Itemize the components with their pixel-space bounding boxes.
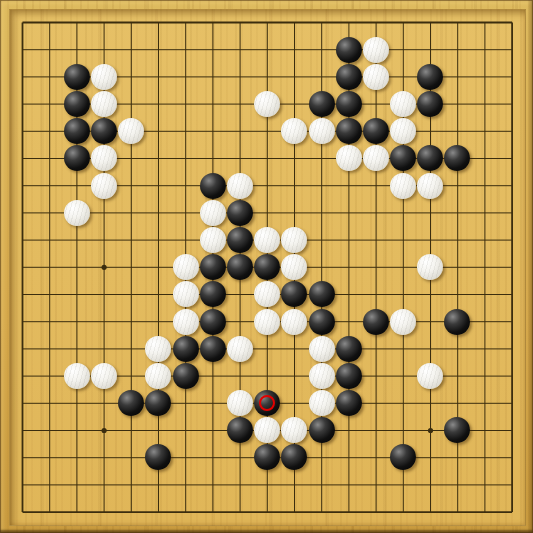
board-intersection[interactable] — [308, 63, 335, 90]
board-intersection[interactable] — [308, 145, 335, 172]
board-intersection[interactable] — [444, 362, 471, 389]
board-intersection[interactable] — [417, 254, 444, 281]
board-intersection[interactable] — [145, 36, 172, 63]
board-intersection[interactable] — [118, 172, 145, 199]
board-intersection[interactable] — [118, 226, 145, 253]
board-intersection[interactable] — [9, 471, 36, 498]
board-intersection[interactable] — [254, 145, 281, 172]
board-intersection[interactable] — [226, 417, 253, 444]
white-stone[interactable] — [227, 336, 253, 362]
board-intersection[interactable] — [118, 498, 145, 525]
board-intersection[interactable] — [199, 9, 226, 36]
white-stone[interactable] — [91, 363, 117, 389]
board-intersection[interactable] — [118, 335, 145, 362]
board-intersection[interactable] — [145, 335, 172, 362]
board-intersection[interactable] — [199, 118, 226, 145]
board-intersection[interactable] — [36, 444, 63, 471]
board-intersection[interactable] — [498, 281, 525, 308]
board-intersection[interactable] — [281, 199, 308, 226]
board-intersection[interactable] — [36, 90, 63, 117]
board-intersection[interactable] — [90, 308, 117, 335]
board-intersection[interactable] — [90, 254, 117, 281]
board-intersection[interactable] — [145, 199, 172, 226]
black-stone[interactable] — [417, 64, 443, 90]
board-intersection[interactable] — [281, 172, 308, 199]
black-stone[interactable] — [200, 309, 226, 335]
board-intersection[interactable] — [417, 471, 444, 498]
board-intersection[interactable] — [335, 498, 362, 525]
board-intersection[interactable] — [254, 199, 281, 226]
board-intersection[interactable] — [145, 90, 172, 117]
board-intersection[interactable] — [417, 444, 444, 471]
board-intersection[interactable] — [199, 226, 226, 253]
board-intersection[interactable] — [36, 36, 63, 63]
board-intersection[interactable] — [498, 390, 525, 417]
board-intersection[interactable] — [145, 417, 172, 444]
board-intersection[interactable] — [9, 63, 36, 90]
board-intersection[interactable] — [254, 498, 281, 525]
board-intersection[interactable] — [417, 362, 444, 389]
board-intersection[interactable] — [471, 9, 498, 36]
board-intersection[interactable] — [444, 390, 471, 417]
black-stone[interactable] — [336, 336, 362, 362]
white-stone[interactable] — [173, 254, 199, 280]
board-intersection[interactable] — [417, 498, 444, 525]
black-stone[interactable] — [64, 118, 90, 144]
board-intersection[interactable] — [36, 118, 63, 145]
white-stone[interactable] — [200, 227, 226, 253]
board-intersection[interactable] — [471, 498, 498, 525]
board-intersection[interactable] — [226, 172, 253, 199]
board-intersection[interactable] — [471, 471, 498, 498]
white-stone[interactable] — [363, 145, 389, 171]
board-intersection[interactable] — [63, 335, 90, 362]
black-stone[interactable] — [200, 281, 226, 307]
board-intersection[interactable] — [9, 498, 36, 525]
board-intersection[interactable] — [471, 172, 498, 199]
board-intersection[interactable] — [471, 199, 498, 226]
board-intersection[interactable] — [90, 417, 117, 444]
board-intersection[interactable] — [471, 145, 498, 172]
board-intersection[interactable] — [390, 390, 417, 417]
board-intersection[interactable] — [145, 254, 172, 281]
board-intersection[interactable] — [390, 118, 417, 145]
board-intersection[interactable] — [90, 281, 117, 308]
board-intersection[interactable] — [90, 335, 117, 362]
white-stone[interactable] — [254, 417, 280, 443]
board-intersection[interactable] — [390, 417, 417, 444]
board-intersection[interactable] — [281, 36, 308, 63]
black-stone[interactable] — [200, 254, 226, 280]
board-intersection[interactable] — [390, 63, 417, 90]
board-intersection[interactable] — [226, 471, 253, 498]
board-intersection[interactable] — [172, 63, 199, 90]
board-intersection[interactable] — [281, 9, 308, 36]
board-intersection[interactable] — [118, 362, 145, 389]
board-intersection[interactable] — [226, 226, 253, 253]
black-stone[interactable] — [91, 118, 117, 144]
board-intersection[interactable] — [498, 90, 525, 117]
board-intersection[interactable] — [90, 362, 117, 389]
board-intersection[interactable] — [471, 118, 498, 145]
board-intersection[interactable] — [90, 36, 117, 63]
black-stone[interactable] — [417, 91, 443, 117]
board-intersection[interactable] — [444, 226, 471, 253]
board-intersection[interactable] — [308, 90, 335, 117]
board-intersection[interactable] — [226, 118, 253, 145]
board-intersection[interactable] — [335, 362, 362, 389]
board-intersection[interactable] — [118, 444, 145, 471]
board-intersection[interactable] — [63, 281, 90, 308]
black-stone[interactable] — [444, 145, 470, 171]
board-intersection[interactable] — [281, 226, 308, 253]
board-intersection[interactable] — [9, 118, 36, 145]
white-stone[interactable] — [309, 118, 335, 144]
board-intersection[interactable] — [118, 390, 145, 417]
board-intersection[interactable] — [199, 281, 226, 308]
board-intersection[interactable] — [199, 471, 226, 498]
black-stone[interactable] — [390, 444, 416, 470]
board-intersection[interactable] — [308, 9, 335, 36]
board-intersection[interactable] — [390, 308, 417, 335]
board-intersection[interactable] — [36, 471, 63, 498]
board-intersection[interactable] — [498, 118, 525, 145]
board-intersection[interactable] — [63, 417, 90, 444]
board-intersection[interactable] — [444, 9, 471, 36]
board-intersection[interactable] — [498, 254, 525, 281]
board-intersection[interactable] — [362, 471, 389, 498]
board-intersection[interactable] — [118, 118, 145, 145]
board-intersection[interactable] — [90, 498, 117, 525]
board-intersection[interactable] — [226, 36, 253, 63]
board-intersection[interactable] — [335, 390, 362, 417]
board-intersection[interactable] — [335, 417, 362, 444]
board-intersection[interactable] — [226, 498, 253, 525]
board-intersection[interactable] — [36, 390, 63, 417]
white-stone[interactable] — [363, 64, 389, 90]
board-intersection[interactable] — [226, 63, 253, 90]
board-intersection[interactable] — [199, 498, 226, 525]
board-intersection[interactable] — [362, 417, 389, 444]
board-intersection[interactable] — [254, 9, 281, 36]
board-intersection[interactable] — [254, 471, 281, 498]
white-stone[interactable] — [390, 173, 416, 199]
board-intersection[interactable] — [498, 199, 525, 226]
board-intersection[interactable] — [254, 335, 281, 362]
board-intersection[interactable] — [63, 471, 90, 498]
board-intersection[interactable] — [226, 308, 253, 335]
board-intersection[interactable] — [254, 63, 281, 90]
board-intersection[interactable] — [308, 308, 335, 335]
board-intersection[interactable] — [390, 36, 417, 63]
board-intersection[interactable] — [118, 281, 145, 308]
board-intersection[interactable] — [362, 362, 389, 389]
board-intersection[interactable] — [281, 63, 308, 90]
board-intersection[interactable] — [9, 145, 36, 172]
board-intersection[interactable] — [9, 362, 36, 389]
board-intersection[interactable] — [417, 308, 444, 335]
board-intersection[interactable] — [308, 254, 335, 281]
board-intersection[interactable] — [90, 90, 117, 117]
board-intersection[interactable] — [471, 444, 498, 471]
board-intersection[interactable] — [335, 281, 362, 308]
board-intersection[interactable] — [145, 390, 172, 417]
board-intersection[interactable] — [118, 63, 145, 90]
black-stone[interactable] — [336, 390, 362, 416]
board-intersection[interactable] — [444, 199, 471, 226]
board-intersection[interactable] — [362, 498, 389, 525]
board-intersection[interactable] — [199, 145, 226, 172]
white-stone[interactable] — [281, 309, 307, 335]
board-intersection[interactable] — [390, 281, 417, 308]
board-intersection[interactable] — [36, 335, 63, 362]
board-intersection[interactable] — [199, 362, 226, 389]
board-intersection[interactable] — [145, 281, 172, 308]
board-intersection[interactable] — [254, 172, 281, 199]
board-intersection[interactable] — [444, 172, 471, 199]
board-intersection[interactable] — [172, 36, 199, 63]
board-intersection[interactable] — [362, 145, 389, 172]
board-intersection[interactable] — [417, 36, 444, 63]
board-intersection[interactable] — [9, 90, 36, 117]
board-intersection[interactable] — [417, 335, 444, 362]
board-intersection[interactable] — [63, 36, 90, 63]
board-intersection[interactable] — [335, 145, 362, 172]
board-intersection[interactable] — [335, 226, 362, 253]
board-intersection[interactable] — [9, 199, 36, 226]
board-intersection[interactable] — [471, 390, 498, 417]
board-intersection[interactable] — [226, 9, 253, 36]
white-stone[interactable] — [254, 227, 280, 253]
white-stone[interactable] — [91, 91, 117, 117]
board-intersection[interactable] — [90, 118, 117, 145]
board-intersection[interactable] — [254, 254, 281, 281]
board-intersection[interactable] — [63, 172, 90, 199]
board-intersection[interactable] — [335, 172, 362, 199]
board-intersection[interactable] — [417, 145, 444, 172]
black-stone[interactable] — [390, 145, 416, 171]
board-intersection[interactable] — [199, 63, 226, 90]
board-intersection[interactable] — [63, 9, 90, 36]
board-intersection[interactable] — [145, 308, 172, 335]
board-intersection[interactable] — [362, 335, 389, 362]
white-stone[interactable] — [91, 64, 117, 90]
board-intersection[interactable] — [63, 362, 90, 389]
black-stone[interactable] — [64, 91, 90, 117]
board-intersection[interactable] — [63, 199, 90, 226]
board-intersection[interactable] — [9, 390, 36, 417]
board-intersection[interactable] — [335, 308, 362, 335]
board-intersection[interactable] — [90, 199, 117, 226]
board-intersection[interactable] — [36, 417, 63, 444]
board-intersection[interactable] — [471, 36, 498, 63]
board-intersection[interactable] — [36, 9, 63, 36]
board-intersection[interactable] — [471, 417, 498, 444]
board-intersection[interactable] — [308, 444, 335, 471]
board-intersection[interactable] — [362, 390, 389, 417]
board-intersection[interactable] — [417, 63, 444, 90]
board-intersection[interactable] — [9, 281, 36, 308]
white-stone[interactable] — [363, 37, 389, 63]
board-intersection[interactable] — [308, 199, 335, 226]
board-intersection[interactable] — [471, 226, 498, 253]
white-stone[interactable] — [254, 91, 280, 117]
board-intersection[interactable] — [498, 145, 525, 172]
board-intersection[interactable] — [145, 9, 172, 36]
board-intersection[interactable] — [172, 118, 199, 145]
board-intersection[interactable] — [281, 390, 308, 417]
board-intersection[interactable] — [90, 9, 117, 36]
board-intersection[interactable] — [390, 172, 417, 199]
board-intersection[interactable] — [9, 335, 36, 362]
board-intersection[interactable] — [362, 308, 389, 335]
board-intersection[interactable] — [444, 63, 471, 90]
board-intersection[interactable] — [498, 9, 525, 36]
board-intersection[interactable] — [498, 63, 525, 90]
board-intersection[interactable] — [417, 417, 444, 444]
white-stone[interactable] — [390, 91, 416, 117]
board-intersection[interactable] — [362, 172, 389, 199]
board-intersection[interactable] — [281, 444, 308, 471]
board-intersection[interactable] — [172, 335, 199, 362]
board-intersection[interactable] — [199, 335, 226, 362]
board-intersection[interactable] — [172, 226, 199, 253]
board-intersection[interactable] — [36, 254, 63, 281]
black-stone[interactable] — [444, 309, 470, 335]
board-intersection[interactable] — [471, 63, 498, 90]
board-intersection[interactable] — [498, 498, 525, 525]
board-intersection[interactable] — [308, 471, 335, 498]
board-intersection[interactable] — [390, 362, 417, 389]
black-stone[interactable] — [281, 281, 307, 307]
board-intersection[interactable] — [9, 9, 36, 36]
board-intersection[interactable] — [63, 444, 90, 471]
board-intersection[interactable] — [172, 145, 199, 172]
white-stone[interactable] — [281, 118, 307, 144]
board-intersection[interactable] — [390, 145, 417, 172]
board-intersection[interactable] — [63, 145, 90, 172]
board-intersection[interactable] — [498, 444, 525, 471]
board-intersection[interactable] — [498, 308, 525, 335]
board-intersection[interactable] — [172, 471, 199, 498]
board-intersection[interactable] — [335, 254, 362, 281]
board-intersection[interactable] — [444, 417, 471, 444]
white-stone[interactable] — [145, 363, 171, 389]
board-intersection[interactable] — [362, 118, 389, 145]
board-intersection[interactable] — [254, 226, 281, 253]
board-intersection[interactable] — [63, 498, 90, 525]
board-intersection[interactable] — [335, 118, 362, 145]
black-stone[interactable] — [227, 254, 253, 280]
board-intersection[interactable] — [172, 498, 199, 525]
white-stone[interactable] — [227, 390, 253, 416]
board-intersection[interactable] — [281, 498, 308, 525]
board-intersection[interactable] — [308, 390, 335, 417]
board-intersection[interactable] — [118, 36, 145, 63]
board-intersection[interactable] — [254, 118, 281, 145]
board-intersection[interactable] — [498, 362, 525, 389]
black-stone[interactable] — [336, 363, 362, 389]
board-intersection[interactable] — [444, 444, 471, 471]
board-intersection[interactable] — [36, 172, 63, 199]
black-stone[interactable] — [64, 145, 90, 171]
board-intersection[interactable] — [36, 281, 63, 308]
black-stone[interactable] — [336, 64, 362, 90]
board-intersection[interactable] — [471, 281, 498, 308]
white-stone[interactable] — [390, 309, 416, 335]
board-intersection[interactable] — [362, 226, 389, 253]
board-intersection[interactable] — [90, 63, 117, 90]
board-intersection[interactable] — [63, 63, 90, 90]
board-intersection[interactable] — [254, 36, 281, 63]
board-intersection[interactable] — [335, 36, 362, 63]
black-stone[interactable] — [309, 417, 335, 443]
board-intersection[interactable] — [498, 471, 525, 498]
board-intersection[interactable] — [199, 90, 226, 117]
board-intersection[interactable] — [36, 199, 63, 226]
board-intersection[interactable] — [417, 390, 444, 417]
board-intersection[interactable] — [417, 90, 444, 117]
board-intersection[interactable] — [335, 199, 362, 226]
board-intersection[interactable] — [145, 118, 172, 145]
board-intersection[interactable] — [281, 471, 308, 498]
board-intersection[interactable] — [417, 9, 444, 36]
black-stone[interactable] — [145, 444, 171, 470]
board-intersection[interactable] — [199, 254, 226, 281]
board-intersection[interactable] — [281, 254, 308, 281]
board-intersection[interactable] — [9, 444, 36, 471]
white-stone[interactable] — [91, 173, 117, 199]
board-intersection[interactable] — [281, 118, 308, 145]
board-intersection[interactable] — [36, 226, 63, 253]
black-stone[interactable] — [336, 37, 362, 63]
white-stone[interactable] — [390, 118, 416, 144]
black-stone[interactable] — [200, 173, 226, 199]
board-intersection[interactable] — [390, 199, 417, 226]
board-intersection[interactable] — [145, 145, 172, 172]
board-intersection[interactable] — [308, 118, 335, 145]
white-stone[interactable] — [309, 336, 335, 362]
board-intersection[interactable] — [471, 308, 498, 335]
board-intersection[interactable] — [471, 90, 498, 117]
board-intersection[interactable] — [362, 90, 389, 117]
board-intersection[interactable] — [308, 498, 335, 525]
board-intersection[interactable] — [308, 362, 335, 389]
board-intersection[interactable] — [63, 254, 90, 281]
board-intersection[interactable] — [9, 226, 36, 253]
board-intersection[interactable] — [172, 9, 199, 36]
board-intersection[interactable] — [172, 417, 199, 444]
board-intersection[interactable] — [145, 63, 172, 90]
board-intersection[interactable] — [226, 145, 253, 172]
board-intersection[interactable] — [308, 281, 335, 308]
board-intersection[interactable] — [90, 390, 117, 417]
black-stone[interactable] — [118, 390, 144, 416]
board-intersection[interactable] — [172, 90, 199, 117]
board-intersection[interactable] — [444, 254, 471, 281]
board-intersection[interactable] — [145, 471, 172, 498]
board-intersection[interactable] — [118, 145, 145, 172]
board-intersection[interactable] — [335, 335, 362, 362]
board-intersection[interactable] — [36, 308, 63, 335]
board-intersection[interactable] — [444, 36, 471, 63]
black-stone[interactable] — [363, 309, 389, 335]
board-intersection[interactable] — [199, 308, 226, 335]
board-intersection[interactable] — [172, 199, 199, 226]
board-intersection[interactable] — [335, 90, 362, 117]
board-intersection[interactable] — [90, 226, 117, 253]
board-intersection[interactable] — [226, 199, 253, 226]
